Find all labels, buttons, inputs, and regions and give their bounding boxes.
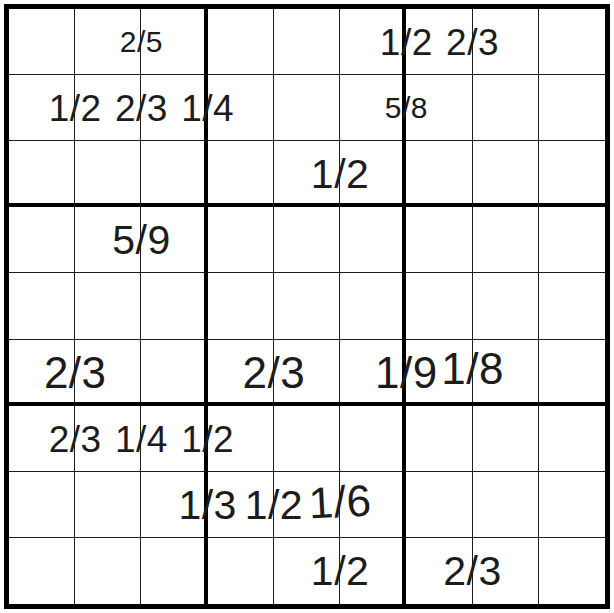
cell-r5c5[interactable] <box>274 273 340 339</box>
cell-r3c3[interactable] <box>141 141 207 207</box>
cell-r6c9[interactable] <box>539 340 605 406</box>
cell-r4c8[interactable] <box>473 207 539 273</box>
cell-r4c5[interactable] <box>274 207 340 273</box>
cell-r8c6[interactable] <box>340 472 406 538</box>
cell-r6c5[interactable] <box>274 340 340 406</box>
worksheet-page: 2/51/22/31/22/31/45/81/25/92/32/31/91/82… <box>0 0 614 613</box>
cell-r3c5[interactable] <box>274 141 340 207</box>
cell-r9c7[interactable] <box>406 538 472 604</box>
cell-r9c1[interactable] <box>9 538 75 604</box>
cell-r8c4[interactable] <box>208 472 274 538</box>
cell-r2c5[interactable] <box>274 75 340 141</box>
cell-r8c3[interactable] <box>141 472 207 538</box>
cell-r7c6[interactable] <box>340 406 406 472</box>
cell-r7c8[interactable] <box>473 406 539 472</box>
cell-r5c7[interactable] <box>406 273 472 339</box>
cell-r5c1[interactable] <box>9 273 75 339</box>
cell-r1c5[interactable] <box>274 9 340 75</box>
cell-r8c2[interactable] <box>75 472 141 538</box>
cell-r2c8[interactable] <box>473 75 539 141</box>
cell-r7c1[interactable] <box>9 406 75 472</box>
cell-r9c6[interactable] <box>340 538 406 604</box>
cell-r1c6[interactable] <box>340 9 406 75</box>
cell-r5c8[interactable] <box>473 273 539 339</box>
sudoku-board: 2/51/22/31/22/31/45/81/25/92/32/31/91/82… <box>4 4 610 609</box>
cell-r1c9[interactable] <box>539 9 605 75</box>
cell-r3c8[interactable] <box>473 141 539 207</box>
cell-r3c9[interactable] <box>539 141 605 207</box>
cell-r1c2[interactable] <box>75 9 141 75</box>
cell-r7c5[interactable] <box>274 406 340 472</box>
cell-r8c1[interactable] <box>9 472 75 538</box>
cell-r5c6[interactable] <box>340 273 406 339</box>
cell-r1c1[interactable] <box>9 9 75 75</box>
cell-r3c7[interactable] <box>406 141 472 207</box>
cell-r6c7[interactable] <box>406 340 472 406</box>
cell-r8c7[interactable] <box>406 472 472 538</box>
cell-r4c9[interactable] <box>539 207 605 273</box>
cell-r1c8[interactable] <box>473 9 539 75</box>
cell-r3c4[interactable] <box>208 141 274 207</box>
cell-r3c6[interactable] <box>340 141 406 207</box>
cell-r2c3[interactable] <box>141 75 207 141</box>
cell-r5c3[interactable] <box>141 273 207 339</box>
cell-r4c4[interactable] <box>208 207 274 273</box>
cell-r7c4[interactable] <box>208 406 274 472</box>
cell-r1c4[interactable] <box>208 9 274 75</box>
cell-r4c2[interactable] <box>75 207 141 273</box>
cell-r2c7[interactable] <box>406 75 472 141</box>
cell-r6c8[interactable] <box>473 340 539 406</box>
cell-r6c3[interactable] <box>141 340 207 406</box>
cell-r8c5[interactable] <box>274 472 340 538</box>
cell-r9c8[interactable] <box>473 538 539 604</box>
cell-r7c9[interactable] <box>539 406 605 472</box>
cell-r2c6[interactable] <box>340 75 406 141</box>
cell-r9c9[interactable] <box>539 538 605 604</box>
cell-r9c3[interactable] <box>141 538 207 604</box>
cell-r4c3[interactable] <box>141 207 207 273</box>
cell-r1c7[interactable] <box>406 9 472 75</box>
cell-r2c4[interactable] <box>208 75 274 141</box>
cell-r4c1[interactable] <box>9 207 75 273</box>
cell-r7c7[interactable] <box>406 406 472 472</box>
cell-r8c8[interactable] <box>473 472 539 538</box>
cell-r7c2[interactable] <box>75 406 141 472</box>
cell-r9c5[interactable] <box>274 538 340 604</box>
cell-r6c2[interactable] <box>75 340 141 406</box>
cell-r3c2[interactable] <box>75 141 141 207</box>
cell-r9c4[interactable] <box>208 538 274 604</box>
cell-r3c1[interactable] <box>9 141 75 207</box>
cell-r6c6[interactable] <box>340 340 406 406</box>
cell-r5c2[interactable] <box>75 273 141 339</box>
cell-r1c3[interactable] <box>141 9 207 75</box>
cell-r6c4[interactable] <box>208 340 274 406</box>
cell-r2c2[interactable] <box>75 75 141 141</box>
cell-r8c9[interactable] <box>539 472 605 538</box>
cell-r7c3[interactable] <box>141 406 207 472</box>
cell-r5c4[interactable] <box>208 273 274 339</box>
cell-r5c9[interactable] <box>539 273 605 339</box>
cell-r4c7[interactable] <box>406 207 472 273</box>
cell-r6c1[interactable] <box>9 340 75 406</box>
cell-r9c2[interactable] <box>75 538 141 604</box>
board-grid <box>9 9 605 604</box>
cell-r2c1[interactable] <box>9 75 75 141</box>
cell-r4c6[interactable] <box>340 207 406 273</box>
cell-r2c9[interactable] <box>539 75 605 141</box>
